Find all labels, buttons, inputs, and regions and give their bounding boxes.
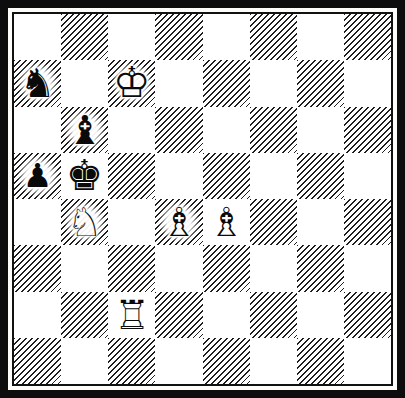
square-f2[interactable]: [250, 292, 297, 338]
square-a7[interactable]: ♞: [14, 60, 61, 106]
square-g4[interactable]: [297, 199, 344, 245]
square-d2[interactable]: [155, 292, 202, 338]
square-e8[interactable]: [203, 14, 250, 60]
square-f5[interactable]: [250, 153, 297, 199]
square-g6[interactable]: [297, 107, 344, 153]
square-f3[interactable]: [250, 245, 297, 291]
square-h2[interactable]: [344, 292, 391, 338]
square-h1[interactable]: [344, 338, 391, 384]
square-a3[interactable]: [14, 245, 61, 291]
square-e4[interactable]: ♗: [203, 199, 250, 245]
square-c5[interactable]: [108, 153, 155, 199]
square-f4[interactable]: [250, 199, 297, 245]
square-c2[interactable]: ♖: [108, 292, 155, 338]
white-knight-b4[interactable]: ♘: [67, 202, 103, 242]
square-a5[interactable]: ♟: [14, 153, 61, 199]
square-e6[interactable]: [203, 107, 250, 153]
square-c1[interactable]: [108, 338, 155, 384]
chess-board: ♞♔♝♟♚♘♗♗♖: [14, 14, 391, 384]
square-e2[interactable]: [203, 292, 250, 338]
square-h3[interactable]: [344, 245, 391, 291]
square-d7[interactable]: [155, 60, 202, 106]
square-c7[interactable]: ♔: [108, 60, 155, 106]
square-h8[interactable]: [344, 14, 391, 60]
square-b6[interactable]: ♝: [61, 107, 108, 153]
square-b7[interactable]: [61, 60, 108, 106]
square-h4[interactable]: [344, 199, 391, 245]
black-bishop-b6[interactable]: ♝: [67, 110, 103, 150]
board-frame: ♞♔♝♟♚♘♗♗♖: [0, 0, 405, 398]
square-a4[interactable]: [14, 199, 61, 245]
square-b5[interactable]: ♚: [61, 153, 108, 199]
square-a2[interactable]: [14, 292, 61, 338]
square-d6[interactable]: [155, 107, 202, 153]
white-rook-c2[interactable]: ♖: [114, 295, 150, 335]
square-f1[interactable]: [250, 338, 297, 384]
square-c4[interactable]: [108, 199, 155, 245]
black-pawn-a5[interactable]: ♟: [23, 159, 53, 192]
square-a1[interactable]: [14, 338, 61, 384]
square-g2[interactable]: [297, 292, 344, 338]
white-king-c7[interactable]: ♔: [113, 62, 151, 104]
square-e3[interactable]: [203, 245, 250, 291]
square-g7[interactable]: [297, 60, 344, 106]
square-h5[interactable]: [344, 153, 391, 199]
square-d1[interactable]: [155, 338, 202, 384]
square-g5[interactable]: [297, 153, 344, 199]
square-e7[interactable]: [203, 60, 250, 106]
square-e5[interactable]: [203, 153, 250, 199]
board-inner-border: ♞♔♝♟♚♘♗♗♖: [12, 12, 393, 386]
square-a6[interactable]: [14, 107, 61, 153]
square-b2[interactable]: [61, 292, 108, 338]
square-d4[interactable]: ♗: [155, 199, 202, 245]
white-bishop-d4[interactable]: ♗: [161, 202, 197, 242]
square-d3[interactable]: [155, 245, 202, 291]
square-e1[interactable]: [203, 338, 250, 384]
square-b3[interactable]: [61, 245, 108, 291]
square-c3[interactable]: [108, 245, 155, 291]
white-bishop-e4[interactable]: ♗: [208, 202, 244, 242]
black-king-b5[interactable]: ♚: [66, 155, 104, 197]
square-g8[interactable]: [297, 14, 344, 60]
square-g1[interactable]: [297, 338, 344, 384]
square-d5[interactable]: [155, 153, 202, 199]
square-h6[interactable]: [344, 107, 391, 153]
square-b4[interactable]: ♘: [61, 199, 108, 245]
square-c6[interactable]: [108, 107, 155, 153]
square-g3[interactable]: [297, 245, 344, 291]
square-c8[interactable]: [108, 14, 155, 60]
square-b1[interactable]: [61, 338, 108, 384]
square-b8[interactable]: [61, 14, 108, 60]
square-f8[interactable]: [250, 14, 297, 60]
square-d8[interactable]: [155, 14, 202, 60]
black-knight-a7[interactable]: ♞: [20, 63, 56, 103]
square-f7[interactable]: [250, 60, 297, 106]
square-f6[interactable]: [250, 107, 297, 153]
square-a8[interactable]: [14, 14, 61, 60]
square-h7[interactable]: [344, 60, 391, 106]
